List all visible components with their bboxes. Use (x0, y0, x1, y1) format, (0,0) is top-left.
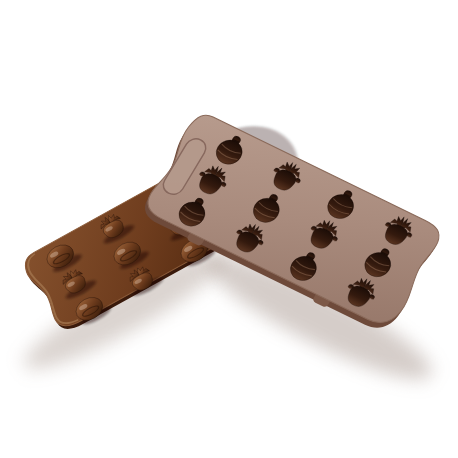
product-photo-scene (0, 0, 458, 458)
